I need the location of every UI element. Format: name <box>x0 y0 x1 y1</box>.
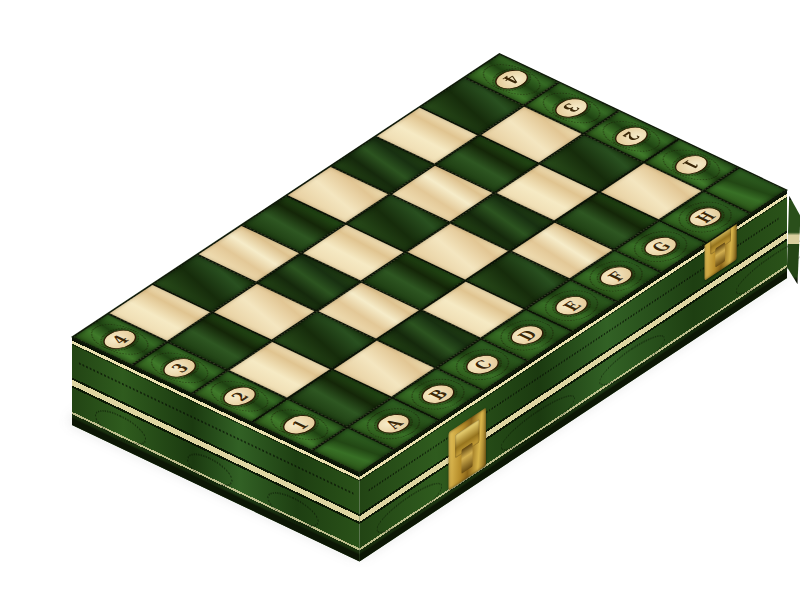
file-label-disc: G <box>637 233 684 260</box>
chess-box-product-photo: 44332211ABCDEFGH <box>0 0 800 600</box>
file-label-e: E <box>559 299 584 313</box>
rank-label-disc-rotated: 1 <box>668 151 715 178</box>
file-label-disc: C <box>459 351 506 378</box>
rank-label-disc-rotated: 2 <box>608 123 655 150</box>
file-label-d: D <box>514 328 540 342</box>
rank-label-disc-rotated: 4 <box>488 66 535 93</box>
file-label-c: C <box>470 358 495 372</box>
rank-label-right-3: 3 <box>559 101 583 114</box>
file-label-a: A <box>381 417 406 431</box>
file-label-disc: A <box>370 410 417 437</box>
rank-label-disc: 2 <box>216 383 263 410</box>
file-label-disc: F <box>593 263 640 290</box>
rank-label-disc: 4 <box>96 326 143 353</box>
file-label-h: H <box>692 210 719 225</box>
rank-label-left-4: 4 <box>108 333 132 346</box>
file-label-disc: D <box>504 322 551 349</box>
file-label-disc: H <box>682 204 729 231</box>
rank-label-disc: 1 <box>276 411 323 438</box>
file-label-b: B <box>425 387 451 401</box>
rank-label-right-2: 2 <box>619 130 643 143</box>
rank-label-right-4: 4 <box>500 73 524 86</box>
rank-label-left-1: 1 <box>287 418 311 431</box>
file-label-disc: E <box>548 292 595 319</box>
file-label-f: F <box>604 270 628 283</box>
rank-label-disc-rotated: 3 <box>548 95 595 122</box>
rank-label-left-3: 3 <box>168 361 192 374</box>
file-label-g: G <box>648 239 674 253</box>
file-label-disc: B <box>415 381 462 408</box>
rank-label-right-1: 1 <box>679 158 703 171</box>
rank-label-disc: 3 <box>156 354 203 381</box>
rank-label-left-2: 2 <box>227 390 251 403</box>
